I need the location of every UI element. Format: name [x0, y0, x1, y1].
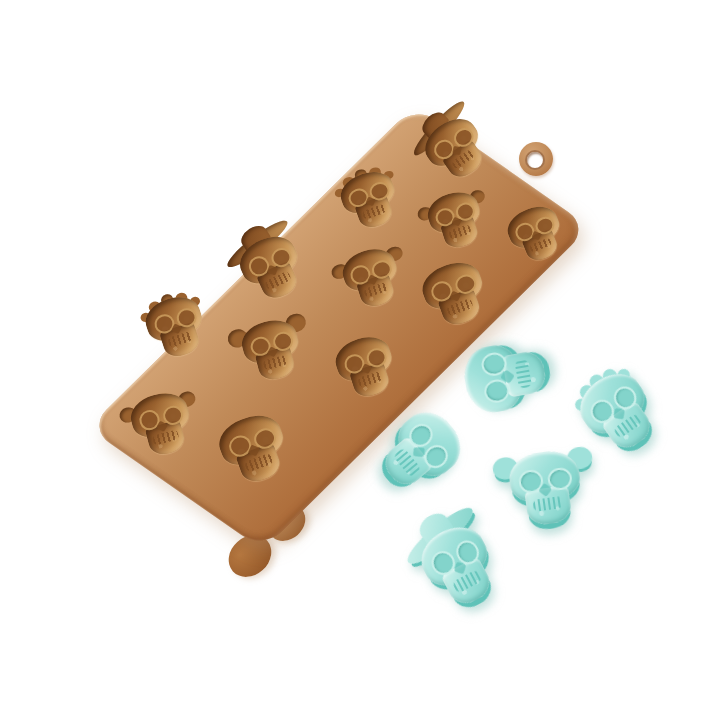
nose-icon	[452, 146, 461, 155]
molded-piece-plain-skull	[457, 332, 553, 421]
product-photo-scene	[0, 0, 720, 720]
hanging-hole	[525, 150, 545, 170]
nose-icon	[613, 408, 624, 420]
nose-icon	[413, 447, 424, 457]
molded-piece-sombrero-skull	[408, 513, 511, 618]
molded-piece-bow-skull	[501, 446, 591, 530]
hanging-tab-notch	[508, 143, 518, 153]
